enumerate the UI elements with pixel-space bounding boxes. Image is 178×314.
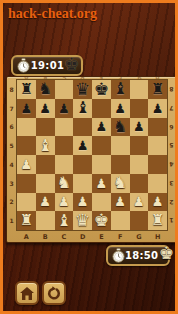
- stopwatch-icon: [17, 58, 30, 73]
- square-e4[interactable]: [92, 155, 111, 174]
- square-f6[interactable]: ♞: [111, 118, 130, 137]
- ranks-left: 87654321: [7, 80, 16, 230]
- square-g8[interactable]: [130, 80, 149, 99]
- square-b7[interactable]: ♟: [36, 99, 55, 118]
- square-d6[interactable]: [73, 118, 92, 137]
- square-d2[interactable]: ♟: [73, 193, 92, 212]
- square-h7[interactable]: ♟: [148, 99, 167, 118]
- black-pawn: ♟: [58, 102, 70, 115]
- square-a4[interactable]: ♟: [17, 155, 36, 174]
- square-h2[interactable]: ♟: [148, 193, 167, 212]
- square-a8[interactable]: ♜: [17, 80, 36, 99]
- square-h6[interactable]: [148, 118, 167, 137]
- square-e3[interactable]: ♟: [92, 174, 111, 193]
- file-label-d: D: [73, 231, 92, 242]
- square-c7[interactable]: ♟: [55, 99, 74, 118]
- black-clock: 19:01 ♚: [11, 55, 83, 76]
- square-d8[interactable]: ♛: [73, 80, 92, 99]
- square-f7[interactable]: ♟: [111, 99, 130, 118]
- square-f8[interactable]: ♝: [111, 80, 130, 99]
- black-knight: ♞: [38, 81, 52, 97]
- ranks-right: 87654321: [167, 80, 176, 230]
- black-pawn: ♟: [21, 102, 33, 115]
- square-c1[interactable]: ♝: [55, 211, 74, 230]
- white-pawn: ♟: [114, 195, 126, 208]
- white-rook: ♜: [151, 213, 164, 228]
- rank-label-8: 8: [7, 80, 16, 99]
- rank-label-4: 4: [7, 155, 16, 174]
- black-pawn: ♟: [133, 120, 145, 133]
- white-knight: ♞: [57, 175, 71, 191]
- black-bishop: ♝: [75, 100, 89, 116]
- white-pawn: ♟: [152, 195, 164, 208]
- square-a5[interactable]: [17, 136, 36, 155]
- square-f1[interactable]: [111, 211, 130, 230]
- rank-label-1: 1: [7, 211, 16, 230]
- file-label-e: E: [92, 231, 111, 242]
- file-label-b: B: [36, 231, 55, 242]
- square-d4[interactable]: [73, 155, 92, 174]
- square-c6[interactable]: [55, 118, 74, 137]
- watermark: hack-cheat.org: [8, 6, 97, 22]
- square-f2[interactable]: ♟: [111, 193, 130, 212]
- square-d1[interactable]: ♛: [73, 211, 92, 230]
- rank-label-6: 6: [7, 118, 16, 137]
- black-pawn: ♟: [96, 120, 108, 133]
- square-c2[interactable]: ♟: [55, 193, 74, 212]
- square-h4[interactable]: [148, 155, 167, 174]
- white-bishop: ♝: [57, 213, 71, 229]
- black-pawn: ♟: [152, 102, 164, 115]
- square-h8[interactable]: ♜: [148, 80, 167, 99]
- square-c3[interactable]: ♞: [55, 174, 74, 193]
- file-label-h: H: [148, 231, 167, 242]
- board-squares: ♜♞♛♚♝♜♟♟♟♝♟♟♟♞♟♝♟♟♞♟♞♟♟♟♟♟♟♜♝♛♚♜: [17, 80, 167, 230]
- square-c8[interactable]: [55, 80, 74, 99]
- white-pawn: ♟: [39, 195, 51, 208]
- square-a6[interactable]: [17, 118, 36, 137]
- black-knight: ♞: [113, 119, 127, 135]
- white-king: ♚: [94, 212, 109, 229]
- file-label-c: C: [55, 231, 74, 242]
- black-king-icon: ♚: [64, 56, 79, 73]
- game-screen: hack-cheat.org 19:01 ♚ ABCDEFGH 87654321…: [0, 0, 178, 314]
- square-g4[interactable]: [130, 155, 149, 174]
- square-a7[interactable]: ♟: [17, 99, 36, 118]
- rank-label-3: 3: [167, 174, 176, 193]
- square-d7[interactable]: ♝: [73, 99, 92, 118]
- white-bishop: ♝: [38, 138, 52, 154]
- rank-label-6: 6: [167, 118, 176, 137]
- square-f3[interactable]: ♞: [111, 174, 130, 193]
- square-b3[interactable]: [36, 174, 55, 193]
- square-c4[interactable]: [55, 155, 74, 174]
- black-queen: ♛: [75, 81, 90, 98]
- square-f4[interactable]: [111, 155, 130, 174]
- rank-label-8: 8: [167, 80, 176, 99]
- white-knight: ♞: [113, 175, 127, 191]
- white-pawn: ♟: [77, 195, 89, 208]
- square-e1[interactable]: ♚: [92, 211, 111, 230]
- black-bishop: ♝: [113, 81, 127, 97]
- square-e6[interactable]: ♟: [92, 118, 111, 137]
- white-pawn: ♟: [96, 177, 108, 190]
- files-bottom: ABCDEFGH: [17, 231, 167, 242]
- square-d5[interactable]: ♟: [73, 136, 92, 155]
- square-a3[interactable]: [17, 174, 36, 193]
- square-b1[interactable]: [36, 211, 55, 230]
- square-g5[interactable]: [130, 136, 149, 155]
- white-pawn: ♟: [21, 158, 33, 171]
- square-b2[interactable]: ♟: [36, 193, 55, 212]
- rank-label-2: 2: [167, 193, 176, 212]
- file-label-a: A: [17, 231, 36, 242]
- rank-label-5: 5: [167, 136, 176, 155]
- square-e5[interactable]: [92, 136, 111, 155]
- square-f5[interactable]: [111, 136, 130, 155]
- home-button[interactable]: [15, 281, 39, 305]
- square-d3[interactable]: [73, 174, 92, 193]
- square-h3[interactable]: [148, 174, 167, 193]
- stopwatch-icon: [112, 248, 125, 263]
- black-king: ♚: [94, 81, 109, 98]
- white-pawn: ♟: [58, 195, 70, 208]
- square-g6[interactable]: ♟: [130, 118, 149, 137]
- white-pawn: ♟: [133, 195, 145, 208]
- rank-label-7: 7: [7, 99, 16, 118]
- black-rook: ♜: [151, 82, 164, 97]
- square-e8[interactable]: ♚: [92, 80, 111, 99]
- square-g7[interactable]: [130, 99, 149, 118]
- chess-board: ABCDEFGH 87654321 87654321 ♜♞♛♚♝♜♟♟♟♝♟♟♟…: [6, 76, 178, 243]
- rank-label-3: 3: [7, 174, 16, 193]
- square-c5[interactable]: [55, 136, 74, 155]
- square-b5[interactable]: ♝: [36, 136, 55, 155]
- white-clock: 18:50 ♚: [106, 245, 170, 266]
- square-b8[interactable]: ♞: [36, 80, 55, 99]
- black-pawn: ♟: [77, 139, 89, 152]
- square-b6[interactable]: [36, 118, 55, 137]
- square-g2[interactable]: ♟: [130, 193, 149, 212]
- square-a1[interactable]: ♜: [17, 211, 36, 230]
- black-rook: ♜: [20, 82, 33, 97]
- square-b4[interactable]: [36, 155, 55, 174]
- rank-label-7: 7: [167, 99, 176, 118]
- home-icon: [20, 287, 34, 300]
- square-e7[interactable]: [92, 99, 111, 118]
- file-label-g: G: [130, 231, 149, 242]
- black-pawn: ♟: [39, 102, 51, 115]
- square-h1[interactable]: ♜: [148, 211, 167, 230]
- square-g1[interactable]: [130, 211, 149, 230]
- rank-label-4: 4: [167, 155, 176, 174]
- rank-label-5: 5: [7, 136, 16, 155]
- rank-label-2: 2: [7, 193, 16, 212]
- black-pawn: ♟: [114, 102, 126, 115]
- restart-button[interactable]: [42, 281, 66, 305]
- white-rook: ♜: [20, 213, 33, 228]
- file-label-f: F: [111, 231, 130, 242]
- square-g3[interactable]: [130, 174, 149, 193]
- square-a2[interactable]: [17, 193, 36, 212]
- white-queen: ♛: [75, 212, 90, 229]
- restart-icon: [47, 286, 61, 300]
- rank-label-1: 1: [167, 211, 176, 230]
- square-h5[interactable]: [148, 136, 167, 155]
- square-e2[interactable]: [92, 193, 111, 212]
- white-king-icon: ♚: [159, 245, 174, 262]
